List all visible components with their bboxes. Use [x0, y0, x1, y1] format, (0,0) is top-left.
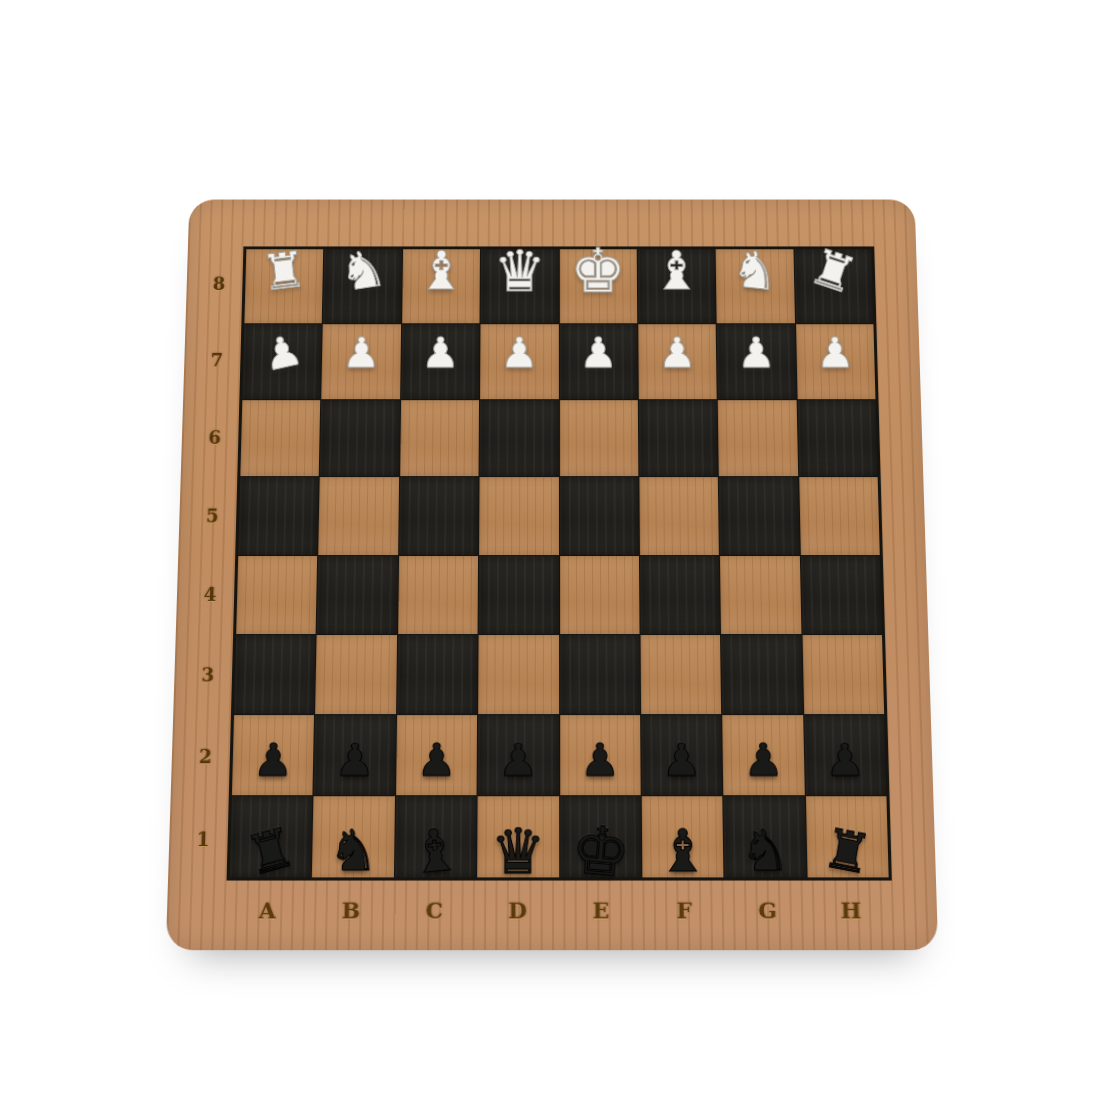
square-c6[interactable] — [400, 400, 479, 476]
white-pawn-piece[interactable]: ♟ — [500, 332, 539, 374]
square-a5[interactable] — [238, 477, 319, 554]
rank-label-7: 7 — [195, 322, 238, 399]
square-c4[interactable] — [398, 556, 478, 634]
black-bishop-piece[interactable]: ♝ — [657, 822, 709, 880]
square-e8[interactable]: ♚ — [559, 249, 637, 323]
file-labels: ABCDEFGH — [225, 883, 893, 938]
white-queen-piece[interactable]: ♛ — [493, 243, 546, 300]
square-c8[interactable]: ♝ — [402, 249, 480, 323]
square-g4[interactable] — [720, 556, 801, 634]
square-g5[interactable] — [719, 477, 799, 554]
square-f2[interactable]: ♟ — [641, 715, 723, 795]
file-label-A: A — [225, 883, 310, 938]
square-c3[interactable] — [397, 635, 478, 714]
square-a1[interactable]: ♜ — [230, 796, 313, 877]
file-label-C: C — [392, 883, 476, 938]
square-h3[interactable] — [802, 635, 884, 714]
black-bishop-piece[interactable]: ♝ — [407, 819, 464, 883]
square-f1[interactable]: ♝ — [642, 796, 724, 877]
file-label-B: B — [309, 883, 393, 938]
square-e3[interactable] — [560, 635, 640, 714]
square-e1[interactable]: ♚ — [560, 796, 642, 877]
square-e6[interactable] — [559, 400, 638, 476]
rank-label-8: 8 — [197, 246, 240, 322]
square-e2[interactable]: ♟ — [560, 715, 641, 795]
square-c5[interactable] — [399, 477, 479, 554]
rank-label-5: 5 — [190, 476, 234, 555]
rank-label-4: 4 — [188, 555, 232, 635]
white-bishop-piece[interactable]: ♝ — [652, 245, 702, 298]
black-pawn-piece[interactable]: ♟ — [825, 737, 866, 782]
square-d7[interactable]: ♟ — [480, 324, 558, 399]
square-f3[interactable] — [640, 635, 721, 714]
square-f7[interactable]: ♟ — [638, 324, 717, 399]
square-d4[interactable] — [479, 556, 559, 634]
square-e4[interactable] — [559, 556, 639, 634]
square-h1[interactable]: ♜ — [805, 796, 888, 877]
square-g2[interactable]: ♟ — [722, 715, 804, 795]
square-b2[interactable]: ♟ — [314, 715, 396, 795]
square-g6[interactable] — [718, 400, 798, 476]
square-b4[interactable] — [317, 556, 398, 634]
white-pawn-piece[interactable]: ♟ — [579, 332, 618, 374]
square-c1[interactable]: ♝ — [395, 796, 477, 877]
square-g3[interactable] — [721, 635, 803, 714]
white-rook-piece[interactable]: ♜ — [804, 241, 863, 302]
white-pawn-piece[interactable]: ♟ — [658, 332, 697, 374]
white-knight-piece[interactable]: ♞ — [336, 242, 390, 300]
white-pawn-piece[interactable]: ♟ — [342, 332, 381, 374]
square-d2[interactable]: ♟ — [478, 715, 559, 795]
square-a6[interactable] — [240, 400, 320, 476]
square-g1[interactable]: ♞ — [724, 796, 807, 877]
black-rook-piece[interactable]: ♜ — [819, 820, 875, 883]
square-h8[interactable]: ♜ — [794, 249, 873, 323]
chess-board: 87654321 ♜♞♝♛♚♝♞♜♟♟♟♟♟♟♟♟♟♟♟♟♟♟♟♟♜♞♝♛♚♝♞… — [166, 200, 938, 951]
square-d3[interactable] — [478, 635, 558, 714]
square-a7[interactable]: ♟ — [242, 324, 322, 399]
square-c2[interactable]: ♟ — [396, 715, 477, 795]
square-f4[interactable] — [640, 556, 720, 634]
square-b5[interactable] — [319, 477, 399, 554]
file-label-E: E — [559, 883, 643, 938]
black-pawn-piece[interactable]: ♟ — [661, 737, 702, 782]
square-h5[interactable] — [799, 477, 880, 554]
black-pawn-piece[interactable]: ♟ — [743, 737, 784, 782]
white-pawn-piece[interactable]: ♟ — [259, 328, 306, 378]
black-pawn-piece[interactable]: ♟ — [498, 737, 538, 782]
square-f6[interactable] — [639, 400, 718, 476]
square-e7[interactable]: ♟ — [559, 324, 637, 399]
file-label-G: G — [726, 883, 810, 938]
black-knight-piece[interactable]: ♞ — [740, 823, 791, 879]
square-b6[interactable] — [320, 400, 400, 476]
square-a2[interactable]: ♟ — [232, 715, 315, 795]
square-d8[interactable]: ♛ — [481, 249, 559, 323]
black-pawn-piece[interactable]: ♟ — [253, 737, 294, 782]
square-g7[interactable]: ♟ — [717, 324, 796, 399]
rank-label-1: 1 — [180, 798, 225, 881]
file-label-F: F — [642, 883, 726, 938]
square-b8[interactable]: ♞ — [323, 249, 402, 323]
white-pawn-piece[interactable]: ♟ — [737, 332, 776, 374]
white-bishop-piece[interactable]: ♝ — [416, 245, 465, 298]
black-queen-piece[interactable]: ♛ — [490, 820, 545, 883]
photo-background: 87654321 ♜♞♝♛♚♝♞♜♟♟♟♟♟♟♟♟♟♟♟♟♟♟♟♟♜♞♝♛♚♝♞… — [0, 0, 1100, 1100]
black-knight-piece[interactable]: ♞ — [328, 823, 379, 879]
white-knight-piece[interactable]: ♞ — [729, 243, 781, 299]
square-b1[interactable]: ♞ — [312, 796, 395, 877]
square-a4[interactable] — [236, 556, 317, 634]
file-label-H: H — [809, 883, 894, 938]
rank-label-2: 2 — [183, 716, 228, 798]
square-f8[interactable]: ♝ — [638, 249, 716, 323]
white-pawn-piece[interactable]: ♟ — [815, 332, 855, 374]
square-d6[interactable] — [480, 400, 559, 476]
square-b3[interactable] — [315, 635, 396, 714]
square-h6[interactable] — [797, 400, 877, 476]
square-a8[interactable]: ♜ — [244, 249, 323, 323]
black-rook-piece[interactable]: ♜ — [242, 819, 301, 884]
board-squares: ♜♞♝♛♚♝♞♜♟♟♟♟♟♟♟♟♟♟♟♟♟♟♟♟♜♞♝♛♚♝♞♜ — [227, 246, 892, 880]
square-c7[interactable]: ♟ — [401, 324, 480, 399]
square-d1[interactable]: ♛ — [477, 796, 558, 877]
black-pawn-piece[interactable]: ♟ — [334, 737, 375, 782]
square-g8[interactable]: ♞ — [716, 249, 795, 323]
black-king-piece[interactable]: ♚ — [568, 815, 632, 887]
square-e5[interactable] — [559, 477, 638, 554]
white-king-piece[interactable]: ♚ — [570, 241, 626, 302]
white-rook-piece[interactable]: ♜ — [259, 244, 309, 298]
white-pawn-piece[interactable]: ♟ — [421, 332, 460, 374]
square-f5[interactable] — [639, 477, 719, 554]
rank-label-3: 3 — [185, 635, 230, 716]
square-d5[interactable] — [479, 477, 558, 554]
black-pawn-piece[interactable]: ♟ — [416, 737, 457, 782]
square-a3[interactable] — [234, 635, 316, 714]
file-label-D: D — [476, 883, 560, 938]
square-h2[interactable]: ♟ — [804, 715, 887, 795]
square-h4[interactable] — [800, 556, 881, 634]
black-pawn-piece[interactable]: ♟ — [580, 737, 620, 782]
rank-label-6: 6 — [193, 399, 237, 477]
square-h7[interactable]: ♟ — [796, 324, 876, 399]
square-b7[interactable]: ♟ — [322, 324, 401, 399]
